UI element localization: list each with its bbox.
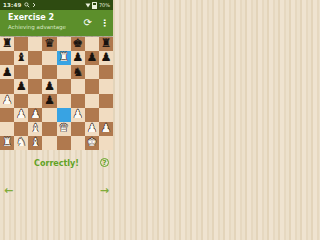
piece-black-pawn: ♟ bbox=[101, 52, 111, 64]
square-a3[interactable] bbox=[0, 108, 14, 122]
square-b6[interactable] bbox=[14, 65, 28, 79]
square-c1[interactable]: ♝ bbox=[28, 136, 42, 150]
square-c5[interactable] bbox=[28, 79, 42, 93]
square-d7[interactable] bbox=[42, 51, 56, 65]
square-d4[interactable]: ♟ bbox=[42, 94, 56, 108]
piece-white-bishop: ♝ bbox=[30, 137, 40, 149]
piece-black-queen: ♛ bbox=[44, 38, 54, 50]
square-e2[interactable]: ♛ bbox=[57, 122, 71, 136]
square-f2[interactable] bbox=[71, 122, 85, 136]
piece-white-pawn: ♟ bbox=[16, 108, 26, 120]
square-a1[interactable]: ♜ bbox=[0, 136, 14, 150]
chess-board[interactable]: ♜♛♚♜♝♜♟♟♟♟♞♟♟♟♟♟♟♟♝♛♟♟♜♞♝♚ bbox=[0, 37, 113, 150]
overflow-menu-icon[interactable]: ⋮ bbox=[100, 10, 109, 36]
square-e5[interactable] bbox=[57, 79, 71, 93]
piece-black-bishop: ♝ bbox=[16, 52, 26, 64]
wifi-icon bbox=[85, 3, 91, 8]
square-d1[interactable] bbox=[42, 136, 56, 150]
square-f5[interactable] bbox=[71, 79, 85, 93]
square-e6[interactable] bbox=[57, 65, 71, 79]
next-exercise-arrow[interactable]: → bbox=[100, 185, 109, 196]
piece-black-pawn: ♟ bbox=[44, 94, 54, 106]
square-a2[interactable] bbox=[0, 122, 14, 136]
piece-black-knight: ♞ bbox=[73, 66, 83, 78]
square-g2[interactable]: ♟ bbox=[85, 122, 99, 136]
square-g4[interactable] bbox=[85, 94, 99, 108]
square-d8[interactable]: ♛ bbox=[42, 37, 56, 51]
piece-white-pawn: ♟ bbox=[87, 123, 97, 135]
square-a6[interactable]: ♟ bbox=[0, 65, 14, 79]
caret-icon bbox=[32, 2, 36, 8]
square-g3[interactable] bbox=[85, 108, 99, 122]
refresh-icon[interactable]: ⟳ bbox=[84, 10, 92, 36]
square-g7[interactable]: ♟ bbox=[85, 51, 99, 65]
square-b8[interactable] bbox=[14, 37, 28, 51]
square-a8[interactable]: ♜ bbox=[0, 37, 14, 51]
square-e4[interactable] bbox=[57, 94, 71, 108]
piece-white-pawn: ♟ bbox=[2, 94, 12, 106]
clock: 13:49 bbox=[3, 0, 22, 10]
square-a4[interactable]: ♟ bbox=[0, 94, 14, 108]
square-g5[interactable] bbox=[85, 79, 99, 93]
piece-white-queen: ♛ bbox=[58, 123, 68, 135]
square-d2[interactable] bbox=[42, 122, 56, 136]
piece-white-knight: ♞ bbox=[16, 137, 26, 149]
previous-exercise-arrow[interactable]: ← bbox=[4, 185, 13, 196]
square-h7[interactable]: ♟ bbox=[99, 51, 113, 65]
battery-icon bbox=[92, 2, 97, 9]
square-h5[interactable] bbox=[99, 79, 113, 93]
square-g1[interactable]: ♚ bbox=[85, 136, 99, 150]
search-icon bbox=[24, 2, 30, 8]
square-h8[interactable]: ♜ bbox=[99, 37, 113, 51]
piece-black-pawn: ♟ bbox=[2, 66, 12, 78]
square-c8[interactable] bbox=[28, 37, 42, 51]
square-f4[interactable] bbox=[71, 94, 85, 108]
square-g8[interactable] bbox=[85, 37, 99, 51]
piece-black-king: ♚ bbox=[73, 38, 83, 50]
square-c7[interactable] bbox=[28, 51, 42, 65]
square-c3[interactable]: ♟ bbox=[28, 108, 42, 122]
piece-black-pawn: ♟ bbox=[87, 52, 97, 64]
square-h2[interactable]: ♟ bbox=[99, 122, 113, 136]
piece-white-pawn: ♟ bbox=[101, 123, 111, 135]
piece-white-rook: ♜ bbox=[58, 52, 68, 64]
square-f3[interactable]: ♟ bbox=[71, 108, 85, 122]
square-c4[interactable] bbox=[28, 94, 42, 108]
square-a7[interactable] bbox=[0, 51, 14, 65]
piece-white-pawn: ♟ bbox=[73, 108, 83, 120]
square-b7[interactable]: ♝ bbox=[14, 51, 28, 65]
square-d6[interactable] bbox=[42, 65, 56, 79]
square-b2[interactable] bbox=[14, 122, 28, 136]
square-a5[interactable] bbox=[0, 79, 14, 93]
square-b4[interactable] bbox=[14, 94, 28, 108]
help-icon[interactable]: ? bbox=[100, 158, 109, 167]
piece-black-rook: ♜ bbox=[101, 38, 111, 50]
piece-white-king: ♚ bbox=[87, 137, 97, 149]
status-bar: 13:49 70% bbox=[0, 0, 113, 10]
square-c2[interactable]: ♝ bbox=[28, 122, 42, 136]
square-h3[interactable] bbox=[99, 108, 113, 122]
square-b1[interactable]: ♞ bbox=[14, 136, 28, 150]
square-h4[interactable] bbox=[99, 94, 113, 108]
app-bar: Exercise 2 Achieving advantage ⟳ ⋮ bbox=[0, 10, 113, 36]
square-e8[interactable] bbox=[57, 37, 71, 51]
square-b5[interactable]: ♟ bbox=[14, 79, 28, 93]
battery-percent: 70% bbox=[99, 0, 110, 10]
square-g6[interactable] bbox=[85, 65, 99, 79]
piece-black-pawn: ♟ bbox=[16, 80, 26, 92]
square-f6[interactable]: ♞ bbox=[71, 65, 85, 79]
result-message: Correctly! bbox=[0, 159, 113, 168]
piece-black-rook: ♜ bbox=[2, 38, 12, 50]
piece-black-pawn: ♟ bbox=[73, 52, 83, 64]
square-d5[interactable]: ♟ bbox=[42, 79, 56, 93]
piece-black-pawn: ♟ bbox=[44, 80, 54, 92]
square-h1[interactable] bbox=[99, 136, 113, 150]
piece-white-bishop: ♝ bbox=[30, 123, 40, 135]
piece-white-pawn: ♟ bbox=[30, 108, 40, 120]
square-b3[interactable]: ♟ bbox=[14, 108, 28, 122]
square-d3[interactable] bbox=[42, 108, 56, 122]
square-e3[interactable] bbox=[57, 108, 71, 122]
square-f1[interactable] bbox=[71, 136, 85, 150]
piece-white-rook: ♜ bbox=[2, 137, 12, 149]
square-h6[interactable] bbox=[99, 65, 113, 79]
square-e1[interactable] bbox=[57, 136, 71, 150]
square-f7[interactable]: ♟ bbox=[71, 51, 85, 65]
square-e7[interactable]: ♜ bbox=[57, 51, 71, 65]
square-f8[interactable]: ♚ bbox=[71, 37, 85, 51]
square-c6[interactable] bbox=[28, 65, 42, 79]
bottom-panel: Correctly! ? ← → bbox=[0, 150, 113, 200]
